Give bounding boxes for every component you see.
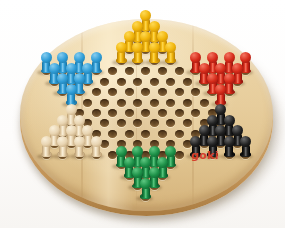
board-hole [141,109,150,117]
board-hole [117,78,126,86]
peg-head [132,21,143,32]
peg-head [165,42,176,53]
board-hole [150,99,159,107]
board-hole [100,78,109,86]
board-cell[interactable] [150,55,158,65]
board-cell[interactable] [142,87,150,97]
peg-natural[interactable] [90,136,103,157]
board-cell[interactable] [125,66,133,76]
peg-head [232,63,243,74]
peg-head [224,115,235,126]
board-cell[interactable] [92,150,100,160]
board-cell[interactable] [158,108,166,118]
peg-yellow[interactable] [115,42,128,63]
board-hole [150,119,159,127]
peg-green[interactable] [139,178,152,199]
board-cell[interactable] [142,129,150,139]
peg-head [74,52,85,63]
board-cell[interactable] [109,87,117,97]
board-hole [158,130,167,138]
board-hole [166,119,175,127]
peg-head [66,63,77,74]
board-hole [175,88,184,96]
peg-head [224,136,235,147]
board-cell[interactable] [100,97,108,107]
board-hole [141,130,150,138]
board-cell[interactable] [167,76,175,86]
board-cell[interactable] [150,118,158,128]
board-cell[interactable] [134,55,142,65]
board-hole [100,99,109,107]
board-cell[interactable] [192,87,200,97]
board-hole [133,99,142,107]
peg-head [140,178,151,189]
board-cell[interactable] [42,150,50,160]
board-cell[interactable] [134,76,142,86]
peg-head [140,157,151,168]
board-hole [108,130,117,138]
board-cell[interactable] [167,55,175,65]
board-hole [125,130,134,138]
board-cell[interactable] [175,87,183,97]
board-cell[interactable] [158,87,166,97]
board-cell[interactable] [75,150,83,160]
peg-head [157,157,168,168]
board-hole [108,88,117,96]
board-hole [125,67,134,75]
peg-head [66,84,77,95]
board-hole [158,67,167,75]
board-hole [183,78,192,86]
board-hole [191,109,200,117]
board-hole [150,78,159,86]
board-cell[interactable] [183,97,191,107]
peg-head [215,84,226,95]
board-cell[interactable] [125,87,133,97]
board-hole [200,99,209,107]
board-cell[interactable] [134,97,142,107]
board-cell[interactable] [150,97,158,107]
board-hole [175,109,184,117]
peg-head [199,125,210,136]
board-hole [175,130,184,138]
board-hole [158,109,167,117]
board-cell[interactable] [175,108,183,118]
board-hole [175,67,184,75]
board-hole [100,119,109,127]
peg-head [91,136,102,147]
peg-head [41,52,52,63]
peg-yellow[interactable] [131,42,144,63]
peg-natural[interactable] [56,136,69,157]
peg-head [41,136,52,147]
peg-head [207,136,218,147]
board-cell[interactable] [150,76,158,86]
product-photo: goki [0,0,285,228]
peg-head [149,42,160,53]
board-cell[interactable] [158,66,166,76]
board-cell[interactable] [125,108,133,118]
peg-red[interactable] [214,84,227,105]
peg-grid [42,24,250,202]
board-cell[interactable] [100,76,108,86]
brand-logo: goki [191,149,219,162]
peg-black[interactable] [239,136,252,157]
peg-natural[interactable] [40,136,53,157]
board-hole [117,99,126,107]
peg-head [116,146,127,157]
board-cell[interactable] [100,118,108,128]
board-hole [166,78,175,86]
board-hole [117,119,126,127]
board-hole [183,99,192,107]
peg-blue[interactable] [65,84,78,105]
peg-head [74,73,85,84]
peg-head [66,125,77,136]
board-cell[interactable] [109,108,117,118]
board-hole [141,67,150,75]
board-cell[interactable] [225,150,233,160]
peg-head [224,73,235,84]
peg-yellow[interactable] [164,42,177,63]
peg-head [91,52,102,63]
peg-natural[interactable] [73,136,86,157]
peg-black[interactable] [223,136,236,157]
peg-head [132,42,143,53]
board-cell[interactable] [134,118,142,128]
board-cell[interactable] [175,66,183,76]
board-cell[interactable] [109,66,117,76]
board-hole [133,119,142,127]
peg-head [207,115,218,126]
peg-head [74,136,85,147]
board-hole [92,88,101,96]
board-cell[interactable] [242,150,250,160]
peg-head [49,63,60,74]
board-hole [108,67,117,75]
board-cell[interactable] [142,108,150,118]
peg-head [215,63,226,74]
board-cell[interactable] [192,108,200,118]
board-hole [92,109,101,117]
peg-head [82,63,93,74]
board-hole [158,88,167,96]
board-cell[interactable] [117,97,125,107]
board-cell[interactable] [183,76,191,86]
board-hole [83,99,92,107]
peg-head [49,125,60,136]
board-cell[interactable] [158,129,166,139]
peg-head [199,63,210,74]
peg-head [149,146,160,157]
peg-head [149,167,160,178]
board-cell[interactable] [109,129,117,139]
board-hole [191,88,200,96]
board-hole [108,109,117,117]
board-cell[interactable] [167,97,175,107]
board-cell[interactable] [117,76,125,86]
board-cell[interactable] [200,97,208,107]
peg-head [124,31,135,42]
board-cell[interactable] [84,97,92,107]
board-cell[interactable] [175,129,183,139]
board-cell[interactable] [92,108,100,118]
board-hole [166,99,175,107]
board-hole [133,78,142,86]
board-cell[interactable] [125,129,133,139]
board-cell[interactable] [92,87,100,97]
board-cell[interactable] [142,192,150,202]
peg-head [124,157,135,168]
board-hole [141,88,150,96]
board-cell[interactable] [183,118,191,128]
board-cell[interactable] [117,55,125,65]
board-hole [125,109,134,117]
board-cell[interactable] [117,118,125,128]
board-hole [125,88,134,96]
peg-head [224,52,235,63]
peg-yellow[interactable] [148,42,161,63]
board-cell[interactable] [59,150,67,160]
peg-head [116,42,127,53]
peg-head [74,115,85,126]
board-cell[interactable] [167,118,175,128]
peg-head [149,21,160,32]
board-cell[interactable] [142,66,150,76]
board-hole [183,119,192,127]
